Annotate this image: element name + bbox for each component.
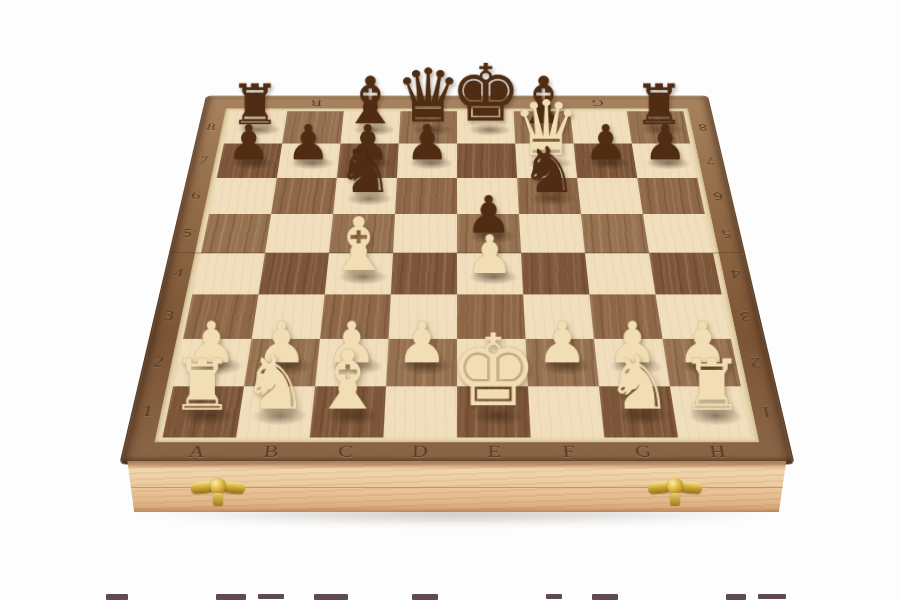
box-front-panel xyxy=(120,461,793,512)
white-bishop-icon: ♝ xyxy=(311,339,384,421)
brass-latch-left xyxy=(189,476,247,506)
white-bishop-icon: ♝ xyxy=(326,208,392,282)
white-knight-b1: ♞ xyxy=(236,386,315,437)
chess-board: ABCDEFGH ABCDEFGH 12345678 12345678 ♜♞♝♚… xyxy=(119,96,795,465)
black-pawn-b7: ♟ xyxy=(277,144,341,178)
coord-label-A: A xyxy=(231,96,289,109)
product-photo: ABCDEFGH ABCDEFGH 12345678 12345678 ♜♞♝♚… xyxy=(0,0,900,600)
white-pawn-icon: ♟ xyxy=(537,314,588,371)
black-pawn-d7: ♟ xyxy=(397,144,457,178)
black-pawn-h7: ♟ xyxy=(632,144,697,178)
coord-label-E: E xyxy=(457,96,513,109)
coord-label-C: C xyxy=(344,96,401,109)
latch-hook-icon xyxy=(670,493,680,505)
black-pawn-a7: ♟ xyxy=(217,144,282,178)
latch-knob-icon xyxy=(667,478,683,494)
black-pawn-g7: ♟ xyxy=(574,144,638,178)
black-knight-icon: ♞ xyxy=(337,139,394,202)
coord-label-B: B xyxy=(288,96,346,109)
white-rook-a1: ♜ xyxy=(162,386,244,437)
coord-label-D: D xyxy=(401,96,457,109)
white-king-icon: ♚ xyxy=(449,321,539,421)
black-pawn-icon: ♟ xyxy=(584,118,627,166)
black-pawn-icon: ♟ xyxy=(287,118,330,166)
white-pawn-e4: ♟ xyxy=(457,253,523,294)
white-pawn-d2: ♟ xyxy=(386,339,457,387)
white-knight-icon: ♞ xyxy=(241,346,308,421)
file-labels-far: ABCDEFGH xyxy=(231,96,683,109)
black-pawn-icon: ♟ xyxy=(644,118,687,166)
white-bishop-c1: ♝ xyxy=(310,386,386,437)
black-king-e8: ♚ xyxy=(457,111,515,143)
black-pawn-icon: ♟ xyxy=(227,118,270,166)
white-knight-g1: ♞ xyxy=(599,386,678,437)
black-knight-f6: ♞ xyxy=(517,178,581,214)
white-king-e1: ♚ xyxy=(457,386,531,437)
white-rook-icon: ♜ xyxy=(680,351,743,422)
white-rook-icon: ♜ xyxy=(171,351,234,422)
brass-latch-right xyxy=(646,476,704,506)
pieces-layer: ♜♞♝♚♞♜♟♟♟♟♟♟♟♝♟♛♜♝♛♚♝♜♟♟♟♟♟♟♞♞♟ xyxy=(162,111,751,437)
white-pawn-icon: ♟ xyxy=(466,228,514,281)
white-rook-h1: ♜ xyxy=(670,386,752,437)
white-bishop-c4: ♝ xyxy=(325,253,393,294)
black-pawn-icon: ♟ xyxy=(406,118,449,166)
latch-knob-icon xyxy=(210,478,226,494)
coord-label-F: F xyxy=(513,96,570,109)
white-pawn-icon: ♟ xyxy=(396,314,447,371)
latch-wing-icon xyxy=(223,481,246,494)
latch-hook-icon xyxy=(213,493,223,505)
latch-wing-icon xyxy=(680,481,703,494)
white-knight-icon: ♞ xyxy=(605,346,672,421)
coord-label-H: H xyxy=(624,96,682,109)
coord-label-G: G xyxy=(569,96,627,109)
black-knight-icon: ♞ xyxy=(521,139,578,202)
cropped-caption-text xyxy=(0,591,900,600)
black-king-icon: ♚ xyxy=(450,54,521,133)
